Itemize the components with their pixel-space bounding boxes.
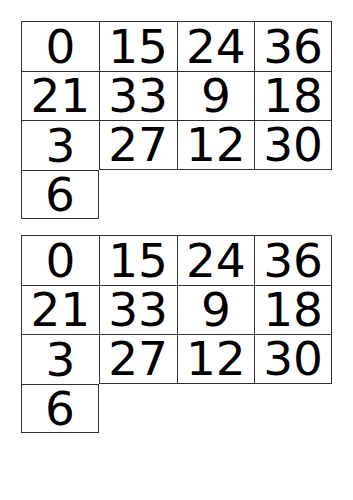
bottom-cell-r1c4: 36 xyxy=(254,235,332,285)
top-cell-r3c4: 30 xyxy=(254,120,332,170)
bottom-cell-r1c2: 15 xyxy=(99,235,177,285)
bottom-cell-r3c4: 30 xyxy=(254,334,332,384)
bottom-cell-r1c1: 0 xyxy=(21,235,99,285)
top-cell-r2c3: 9 xyxy=(177,71,255,121)
number-grid-top: 0 15 24 36 21 33 9 18 3 27 12 30 6 xyxy=(21,21,332,219)
bottom-cell-r3c1: 3 xyxy=(21,334,99,384)
bottom-cell-r1c3: 24 xyxy=(177,235,255,285)
bottom-cell-r3c3: 12 xyxy=(177,334,255,384)
worksheet-page: 0 15 24 36 21 33 9 18 3 27 12 30 6 0 15 … xyxy=(0,0,353,500)
top-cell-r2c4: 18 xyxy=(254,71,332,121)
top-cell-r3c1: 3 xyxy=(21,120,99,170)
bottom-cell-r2c2: 33 xyxy=(99,285,177,335)
top-cell-r1c1: 0 xyxy=(21,21,99,71)
top-cell-r3c2: 27 xyxy=(99,120,177,170)
bottom-cell-r2c4: 18 xyxy=(254,285,332,335)
top-cell-r1c3: 24 xyxy=(177,21,255,71)
top-cell-r3c3: 12 xyxy=(177,120,255,170)
bottom-cell-r2c1: 21 xyxy=(21,285,99,335)
bottom-cell-r2c3: 9 xyxy=(177,285,255,335)
bottom-cell-r4c1: 6 xyxy=(21,384,99,434)
top-cell-r1c2: 15 xyxy=(99,21,177,71)
top-cell-r2c1: 21 xyxy=(21,71,99,121)
top-cell-r2c2: 33 xyxy=(99,71,177,121)
number-grid-bottom: 0 15 24 36 21 33 9 18 3 27 12 30 6 xyxy=(21,235,332,433)
top-cell-r1c4: 36 xyxy=(254,21,332,71)
top-cell-r4c1: 6 xyxy=(21,170,99,220)
bottom-cell-r3c2: 27 xyxy=(99,334,177,384)
